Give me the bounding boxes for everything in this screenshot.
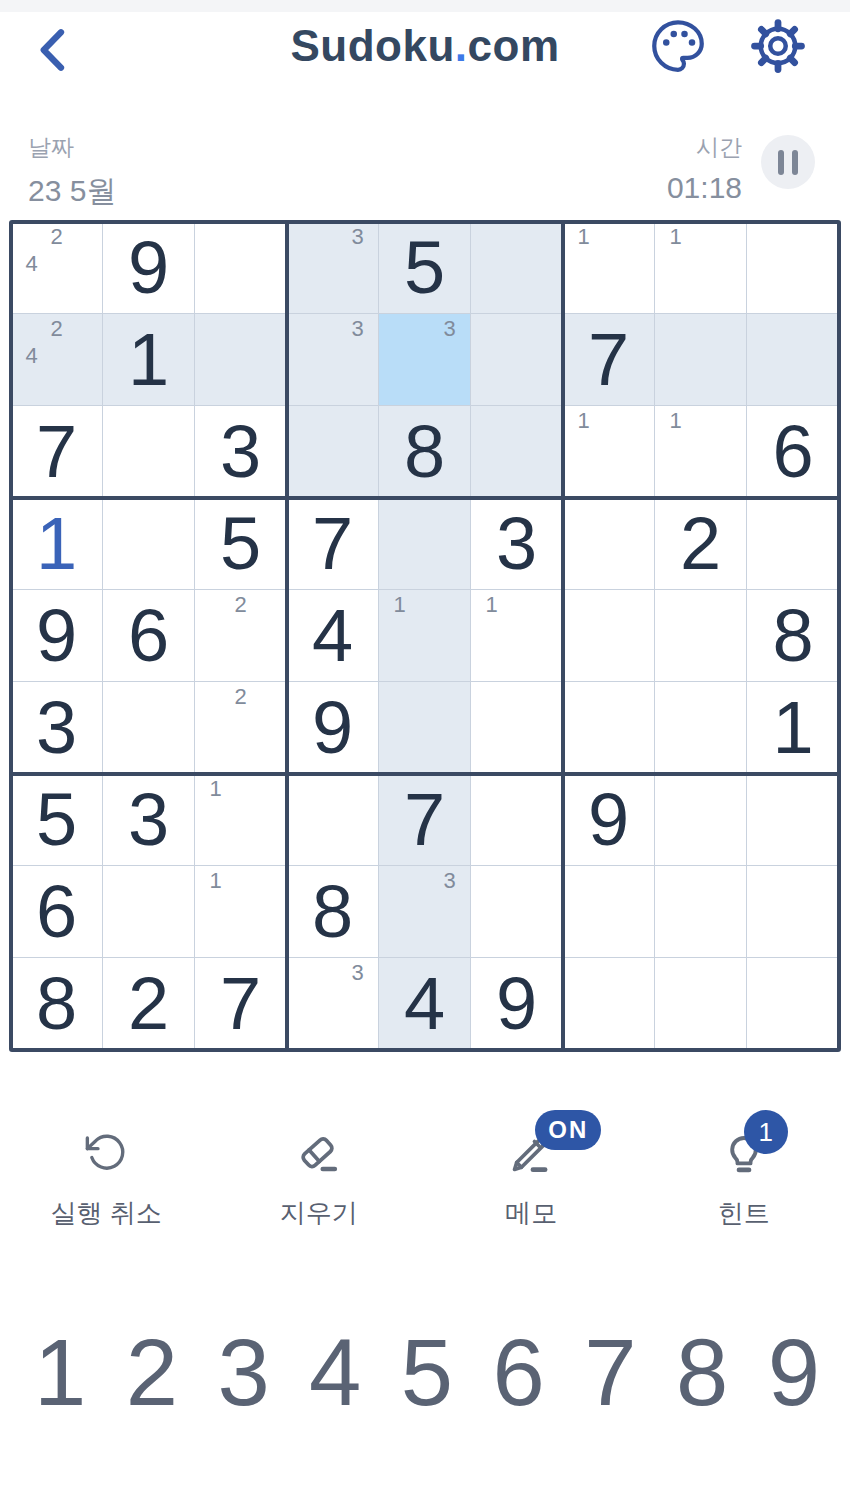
cell-r7c6[interactable]	[471, 774, 563, 866]
memo-button[interactable]: ON 메모	[425, 1122, 638, 1262]
cell-notes: 3	[295, 225, 370, 307]
cell-digit: 7	[11, 406, 102, 497]
cell-notes: 2	[203, 685, 278, 767]
cell-r5c9[interactable]: 8	[747, 590, 839, 682]
cell-digit: 8	[11, 958, 102, 1050]
cell-r9c1[interactable]: 8	[11, 958, 103, 1050]
cell-digit: 5	[379, 222, 470, 313]
cell-r4c6[interactable]: 3	[471, 498, 563, 590]
cell-r1c9[interactable]	[747, 222, 839, 314]
cell-r3c8[interactable]: 1	[655, 406, 747, 498]
cell-r4c7[interactable]	[563, 498, 655, 590]
cell-r7c9[interactable]	[747, 774, 839, 866]
cell-notes: 1	[571, 409, 646, 491]
cell-r8c9[interactable]	[747, 866, 839, 958]
cell-notes: 3	[387, 869, 462, 951]
cell-notes: 1	[663, 225, 738, 307]
cell-digit: 9	[471, 958, 562, 1050]
cell-notes: 24	[19, 225, 94, 307]
undo-button[interactable]: 실행 취소	[0, 1122, 213, 1262]
undo-icon	[81, 1128, 131, 1178]
number-pad: 123456789	[34, 1308, 820, 1438]
cell-r7c8[interactable]	[655, 774, 747, 866]
cell-r1c8[interactable]: 1	[655, 222, 747, 314]
cell-r3c5[interactable]: 8	[379, 406, 471, 498]
erase-label: 지우기	[280, 1196, 358, 1231]
cell-r3c6[interactable]	[471, 406, 563, 498]
cell-notes: 24	[19, 317, 94, 399]
cell-r4c1[interactable]: 1	[11, 498, 103, 590]
cell-r7c7[interactable]: 9	[563, 774, 655, 866]
numpad-3[interactable]: 3	[217, 1326, 269, 1420]
cell-r4c5[interactable]	[379, 498, 471, 590]
numpad-8[interactable]: 8	[676, 1326, 728, 1420]
cell-r2c7[interactable]: 7	[563, 314, 655, 406]
cell-r9c7[interactable]	[563, 958, 655, 1050]
hint-label: 힌트	[718, 1196, 770, 1231]
cell-r6c4[interactable]: 9	[287, 682, 379, 774]
cell-r2c2[interactable]: 1	[103, 314, 195, 406]
cell-digit: 6	[747, 406, 839, 497]
cell-r5c4[interactable]: 4	[287, 590, 379, 682]
cell-r9c3[interactable]: 7	[195, 958, 287, 1050]
cell-r1c6[interactable]	[471, 222, 563, 314]
cell-r5c3[interactable]: 2	[195, 590, 287, 682]
numpad-1[interactable]: 1	[34, 1326, 86, 1420]
cell-r9c8[interactable]	[655, 958, 747, 1050]
page-title: Sudoku.com	[0, 14, 850, 78]
cell-r2c1[interactable]: 24	[11, 314, 103, 406]
sudoku-board: 2493511241337738116157329624118329153179…	[11, 222, 839, 1050]
cell-digit: 4	[379, 958, 470, 1050]
cell-notes: 1	[571, 225, 646, 307]
numpad-2[interactable]: 2	[126, 1326, 178, 1420]
cell-r8c8[interactable]	[655, 866, 747, 958]
cell-digit: 9	[563, 774, 654, 865]
cell-r1c1[interactable]: 24	[11, 222, 103, 314]
pause-button[interactable]	[761, 135, 815, 189]
cell-digit: 8	[379, 406, 470, 497]
numpad-7[interactable]: 7	[584, 1326, 636, 1420]
cell-r6c1[interactable]: 3	[11, 682, 103, 774]
cell-r2c4[interactable]: 3	[287, 314, 379, 406]
cell-r6c5[interactable]	[379, 682, 471, 774]
cell-digit: 9	[11, 590, 102, 681]
pause-icon	[778, 150, 784, 175]
cell-notes: 3	[295, 961, 370, 1044]
cell-r9c6[interactable]: 9	[471, 958, 563, 1050]
cell-notes: 3	[295, 317, 370, 399]
cell-r3c9[interactable]: 6	[747, 406, 839, 498]
date-value: 23 5월	[28, 171, 116, 212]
cell-r5c7[interactable]	[563, 590, 655, 682]
cell-r5c5[interactable]: 1	[379, 590, 471, 682]
cell-digit: 4	[287, 590, 378, 681]
cell-r8c4[interactable]: 8	[287, 866, 379, 958]
cell-notes: 2	[203, 593, 278, 675]
pause-icon	[792, 150, 798, 175]
cell-r4c4[interactable]: 7	[287, 498, 379, 590]
cell-r3c1[interactable]: 7	[11, 406, 103, 498]
cell-r1c7[interactable]: 1	[563, 222, 655, 314]
cell-digit: 6	[11, 866, 102, 957]
cell-digit: 1	[747, 682, 839, 773]
time-block: 시간 01:18	[667, 132, 742, 205]
cell-r8c6[interactable]	[471, 866, 563, 958]
cell-r7c2[interactable]: 3	[103, 774, 195, 866]
cell-notes: 1	[663, 409, 738, 491]
cell-digit: 5	[195, 498, 286, 589]
time-label: 시간	[667, 132, 742, 163]
cell-digit: 1	[11, 498, 102, 589]
cell-r3c4[interactable]	[287, 406, 379, 498]
cell-digit: 9	[103, 222, 194, 313]
cell-notes: 1	[203, 777, 278, 859]
cell-r7c1[interactable]: 5	[11, 774, 103, 866]
cell-digit: 7	[287, 498, 378, 589]
cell-r3c2[interactable]	[103, 406, 195, 498]
cell-r2c3[interactable]	[195, 314, 287, 406]
cell-r4c3[interactable]: 5	[195, 498, 287, 590]
memo-label: 메모	[505, 1196, 557, 1231]
cell-digit: 2	[655, 498, 746, 589]
cell-r1c5[interactable]: 5	[379, 222, 471, 314]
cell-r6c8[interactable]	[655, 682, 747, 774]
cell-r1c2[interactable]: 9	[103, 222, 195, 314]
cell-digit: 5	[11, 774, 102, 865]
erase-button[interactable]: 지우기	[213, 1122, 426, 1262]
undo-label: 실행 취소	[51, 1196, 162, 1231]
toolbar: 실행 취소 지우기	[0, 1122, 850, 1262]
cell-digit: 3	[11, 682, 102, 773]
cell-r8c1[interactable]: 6	[11, 866, 103, 958]
cell-digit: 8	[747, 590, 839, 681]
cell-r6c9[interactable]: 1	[747, 682, 839, 774]
cell-digit: 3	[195, 406, 286, 497]
hint-button[interactable]: 1 힌트	[638, 1122, 850, 1262]
cell-r5c6[interactable]: 1	[471, 590, 563, 682]
theme-button[interactable]	[648, 16, 710, 78]
cell-digit: 8	[287, 866, 378, 957]
cell-digit: 3	[103, 774, 194, 865]
hint-count-badge: 1	[744, 1110, 788, 1154]
cell-r6c7[interactable]	[563, 682, 655, 774]
cell-digit: 2	[103, 958, 194, 1050]
header: Sudoku.com	[0, 14, 850, 84]
cell-r9c4[interactable]: 3	[287, 958, 379, 1050]
cell-r9c9[interactable]	[747, 958, 839, 1050]
eraser-icon	[294, 1128, 344, 1178]
cell-r8c3[interactable]: 1	[195, 866, 287, 958]
memo-on-badge: ON	[535, 1110, 601, 1150]
cell-r6c6[interactable]	[471, 682, 563, 774]
settings-button[interactable]	[748, 16, 810, 78]
cell-digit: 9	[287, 682, 378, 773]
time-value: 01:18	[667, 171, 742, 205]
cell-notes: 3	[387, 317, 462, 399]
cell-r3c7[interactable]: 1	[563, 406, 655, 498]
cell-r3c3[interactable]: 3	[195, 406, 287, 498]
cell-digit: 7	[195, 958, 286, 1050]
cell-notes: 1	[387, 593, 462, 675]
cell-r5c2[interactable]: 6	[103, 590, 195, 682]
cell-r8c5[interactable]: 3	[379, 866, 471, 958]
cell-r5c1[interactable]: 9	[11, 590, 103, 682]
status-row: 날짜 23 5월 시간 01:18	[0, 128, 850, 208]
date-label: 날짜	[28, 132, 116, 163]
cell-r6c3[interactable]: 2	[195, 682, 287, 774]
cell-r2c9[interactable]	[747, 314, 839, 406]
numpad-4[interactable]: 4	[309, 1326, 361, 1420]
date-block: 날짜 23 5월	[28, 132, 116, 212]
cell-r9c5[interactable]: 4	[379, 958, 471, 1050]
cell-digit: 6	[103, 590, 194, 681]
numpad-6[interactable]: 6	[493, 1326, 545, 1420]
cell-r2c5[interactable]: 3	[379, 314, 471, 406]
cell-digit: 7	[563, 314, 654, 405]
cell-r7c4[interactable]	[287, 774, 379, 866]
cell-r7c3[interactable]: 1	[195, 774, 287, 866]
cell-r7c5[interactable]: 7	[379, 774, 471, 866]
gear-icon	[748, 16, 808, 76]
cell-r4c8[interactable]: 2	[655, 498, 747, 590]
cell-r8c2[interactable]	[103, 866, 195, 958]
sudoku-grid: 2493511241337738116157329624118329153179…	[11, 222, 839, 1050]
numpad-9[interactable]: 9	[768, 1326, 820, 1420]
palette-icon	[648, 16, 708, 76]
cell-r1c4[interactable]: 3	[287, 222, 379, 314]
cell-r2c8[interactable]	[655, 314, 747, 406]
cell-r9c2[interactable]: 2	[103, 958, 195, 1050]
cell-r4c9[interactable]	[747, 498, 839, 590]
cell-r8c7[interactable]	[563, 866, 655, 958]
status-bar-remnant	[0, 0, 850, 12]
cell-notes: 1	[479, 593, 554, 675]
cell-r4c2[interactable]	[103, 498, 195, 590]
cell-digit: 7	[379, 774, 470, 865]
cell-digit: 1	[103, 314, 194, 405]
numpad-5[interactable]: 5	[401, 1326, 453, 1420]
cell-r6c2[interactable]	[103, 682, 195, 774]
cell-r1c3[interactable]	[195, 222, 287, 314]
cell-notes: 1	[203, 869, 278, 951]
cell-digit: 3	[471, 498, 562, 589]
cell-r5c8[interactable]	[655, 590, 747, 682]
cell-r2c6[interactable]	[471, 314, 563, 406]
